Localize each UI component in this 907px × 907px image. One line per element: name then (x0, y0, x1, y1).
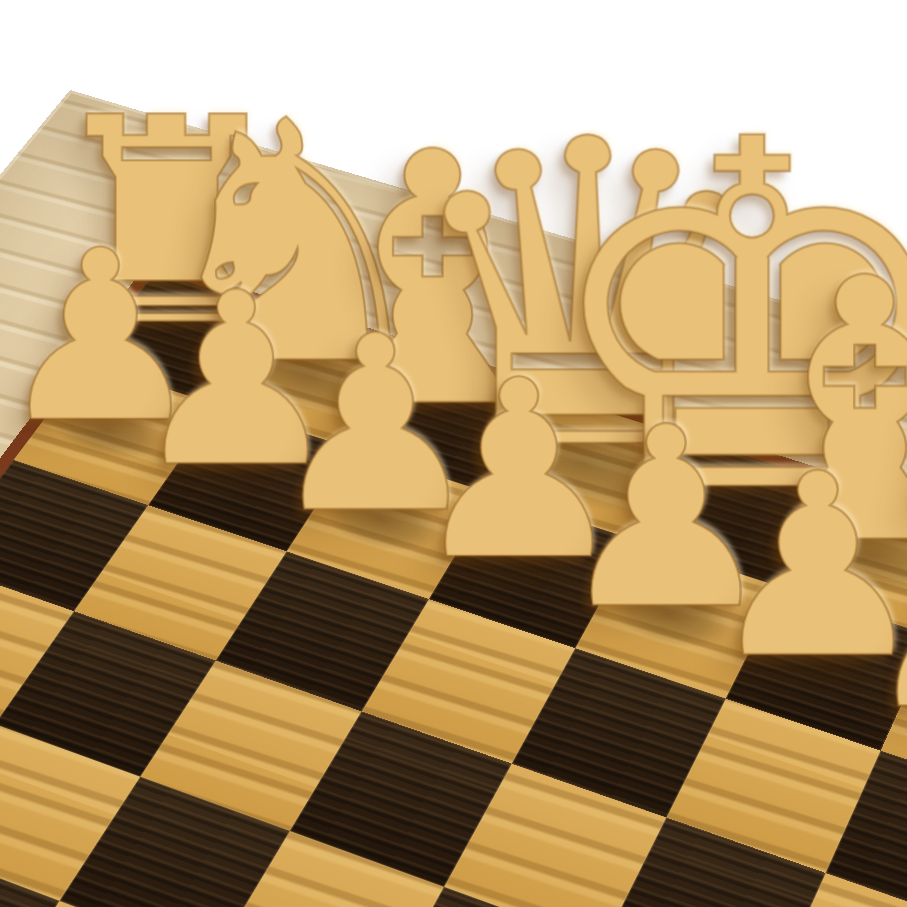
board-inlay-border: ♜♞♝♛♚♝♞♜♟♟♟♟♟♟♟♟ (0, 260, 907, 907)
scene-3d: ♜♞♝♛♚♝♞♜♟♟♟♟♟♟♟♟ (0, 0, 907, 907)
chess-photo-stage: ♜♞♝♛♚♝♞♜♟♟♟♟♟♟♟♟ (0, 0, 907, 907)
white-pawn-g2: ♟ (790, 489, 907, 746)
chess-board-rim: ♜♞♝♛♚♝♞♜♟♟♟♟♟♟♟♟ (0, 90, 907, 907)
board-grid: ♜♞♝♛♚♝♞♜♟♟♟♟♟♟♟♟ (0, 271, 907, 907)
